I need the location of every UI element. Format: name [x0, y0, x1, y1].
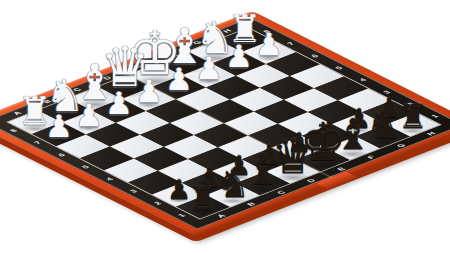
piece-white-pawn[interactable]: ♟	[224, 41, 255, 72]
piece-white-pawn[interactable]: ♟	[254, 29, 285, 60]
piece-white-pawn[interactable]: ♟	[104, 88, 135, 119]
piece-white-pawn[interactable]: ♟	[194, 53, 225, 84]
chess-set-photo: ABCDEFGH ABCDEFGH 87654321 87654321 ♜♞♝♛…	[0, 0, 450, 253]
piece-white-pawn[interactable]: ♟	[74, 100, 105, 131]
piece-white-pawn[interactable]: ♟	[44, 111, 75, 142]
piece-black-rook[interactable]: ♜	[187, 182, 220, 215]
piece-white-pawn[interactable]: ♟	[164, 64, 195, 95]
piece-white-pawn[interactable]: ♟	[134, 76, 165, 107]
pieces-layer: ♜♞♝♛♚♝♞♜♟♟♟♟♟♟♟♟♟♟♟♟♟♟♟♟♜♞♝♛♚♝♞♜	[0, 0, 450, 253]
piece-black-knight[interactable]: ♞	[214, 165, 252, 203]
